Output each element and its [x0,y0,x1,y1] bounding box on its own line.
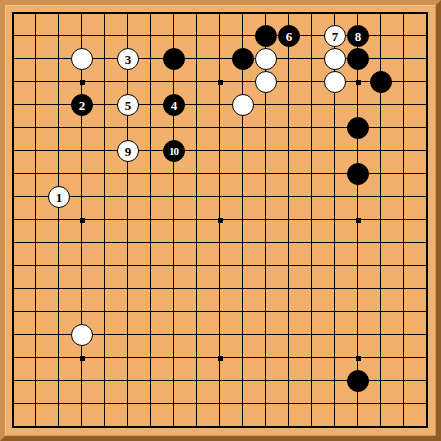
white-stone-glyph [255,71,277,93]
black-stone-glyph [255,25,277,47]
star-point [71,347,94,370]
black-stone-glyph: 4 [163,94,185,116]
white-stone-glyph: 1 [48,186,70,208]
white-stone [255,48,278,71]
star-point-dot [218,80,223,85]
go-board-frame: 12345678910 [0,0,441,441]
white-stone-glyph [71,324,93,346]
move-number-label: 7 [332,29,339,42]
star-point-dot [218,356,223,361]
white-stone-glyph [324,48,346,70]
black-stone-glyph [163,48,185,70]
star-point-dot [218,218,223,223]
white-stone [71,324,94,347]
white-stone-glyph [232,94,254,116]
white-stone [255,71,278,94]
star-point [71,209,94,232]
go-board: 12345678910 [2,2,439,439]
star-point [209,209,232,232]
black-stone [370,71,393,94]
move-number-label: 2 [79,98,86,111]
white-stone-move-1: 1 [48,186,71,209]
move-number-label: 8 [355,29,362,42]
white-stone-glyph: 5 [117,94,139,116]
white-stone-glyph [324,71,346,93]
black-stone-glyph: 10 [163,140,185,162]
black-stone [347,163,370,186]
star-point [209,71,232,94]
white-stone-glyph: 7 [324,25,346,47]
white-stone-glyph: 3 [117,48,139,70]
black-stone-glyph [347,48,369,70]
star-point-dot [356,218,361,223]
move-number-label: 6 [286,29,293,42]
star-point-dot [80,80,85,85]
move-number-label: 4 [171,98,178,111]
black-stone [347,370,370,393]
black-stone [347,48,370,71]
star-point [347,209,370,232]
black-stone-move-4: 4 [163,94,186,117]
white-stone [324,71,347,94]
white-stone [71,48,94,71]
white-stone-move-5: 5 [117,94,140,117]
black-stone-glyph: 2 [71,94,93,116]
white-stone-move-3: 3 [117,48,140,71]
star-point-dot [80,218,85,223]
star-point [347,347,370,370]
white-stone [324,48,347,71]
black-stone-move-10: 10 [163,140,186,163]
white-stone-glyph [255,48,277,70]
white-stone-move-9: 9 [117,140,140,163]
star-point-dot [356,356,361,361]
black-stone [232,48,255,71]
white-stone-glyph: 9 [117,140,139,162]
star-point-dot [80,356,85,361]
black-stone-glyph [347,163,369,185]
black-stone [347,117,370,140]
black-stone [163,48,186,71]
star-point [71,71,94,94]
black-stone-move-8: 8 [347,25,370,48]
white-stone [232,94,255,117]
star-point-dot [356,80,361,85]
black-stone-glyph [232,48,254,70]
move-number-label: 1 [56,190,63,203]
black-stone-move-2: 2 [71,94,94,117]
white-stone-move-7: 7 [324,25,347,48]
black-stone-glyph: 8 [347,25,369,47]
move-number-label: 3 [125,52,132,65]
move-number-label: 5 [125,98,132,111]
black-stone [255,25,278,48]
black-stone-glyph [370,71,392,93]
move-number-label: 9 [125,144,132,157]
black-stone-glyph [347,370,369,392]
star-point [347,71,370,94]
black-stone-glyph [347,117,369,139]
star-point [209,347,232,370]
black-stone-move-6: 6 [278,25,301,48]
black-stone-glyph: 6 [278,25,300,47]
move-number-label: 10 [169,145,178,156]
white-stone-glyph [71,48,93,70]
